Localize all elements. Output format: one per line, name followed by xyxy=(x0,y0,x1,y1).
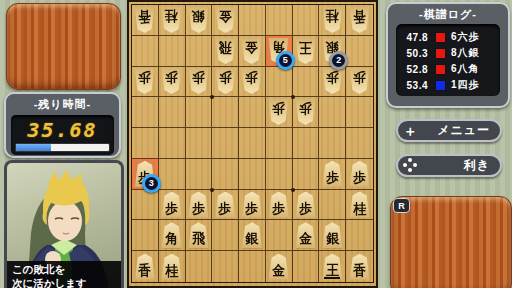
board-cell[interactable]: 歩 xyxy=(159,190,186,221)
board-cell[interactable] xyxy=(186,36,213,67)
piece-kanji: 金 xyxy=(246,38,259,57)
board-cell[interactable] xyxy=(212,97,239,128)
board-cell[interactable] xyxy=(186,128,213,159)
piece-kanji: 香 xyxy=(138,261,151,280)
move-time: 47.8 xyxy=(402,32,428,43)
board-cell[interactable]: 角 xyxy=(159,220,186,251)
piece-kanji: 銀 xyxy=(246,229,259,248)
shogi-piece-gote-l[interactable]: 香 xyxy=(134,7,155,33)
move-time: 52.8 xyxy=(402,64,428,75)
board-cell[interactable] xyxy=(239,251,266,282)
board-cell[interactable] xyxy=(212,159,239,190)
board-cell[interactable] xyxy=(212,220,239,251)
cooldown-badge: 5 xyxy=(276,51,295,70)
piece-kanji: 歩 xyxy=(219,68,232,87)
dialogue-line-1: この敗北を xyxy=(12,262,116,276)
board-cell[interactable] xyxy=(346,97,373,128)
board-cell[interactable] xyxy=(319,97,346,128)
piece-kanji: 桂 xyxy=(326,7,339,26)
board-cell[interactable] xyxy=(132,220,159,251)
board-cell[interactable] xyxy=(159,128,186,159)
piece-kanji: 歩 xyxy=(299,99,312,118)
board-cell[interactable]: 香 xyxy=(132,5,159,36)
piece-kanji: 金 xyxy=(219,7,232,26)
board-cell[interactable] xyxy=(266,220,293,251)
board-cell[interactable]: 飛 xyxy=(212,36,239,67)
shogi-piece-gote-n[interactable]: 桂 xyxy=(322,7,343,33)
shogi-piece-sente-g[interactable]: 金 xyxy=(268,254,289,280)
board-cell[interactable]: 香 xyxy=(346,251,373,282)
piece-kanji: 歩 xyxy=(246,68,259,87)
dialogue-box: この敗北を 次に活かします xyxy=(7,261,121,288)
kifu-log-list: 47.86六歩50.38八銀52.86八角53.41四歩 xyxy=(396,24,500,96)
board-cell[interactable]: 歩 xyxy=(239,67,266,98)
shogi-piece-sente-l[interactable]: 香 xyxy=(134,254,155,280)
piece-kanji: 桂 xyxy=(353,199,366,218)
board-cell[interactable] xyxy=(319,190,346,221)
shogi-piece-sente-n[interactable]: 桂 xyxy=(161,254,182,280)
piece-kanji: 角 xyxy=(165,229,178,248)
piece-kanji: 歩 xyxy=(165,68,178,87)
shogi-piece-sente-p[interactable]: 歩 xyxy=(268,192,289,218)
piece-kanji: 歩 xyxy=(326,168,339,187)
board-cell[interactable] xyxy=(212,128,239,159)
shogi-piece-sente-l[interactable]: 香 xyxy=(349,254,370,280)
board-cell[interactable]: 歩 xyxy=(239,190,266,221)
shogi-piece-sente-k[interactable]: 王 xyxy=(322,254,343,280)
board-cell[interactable]: 銀 xyxy=(239,220,266,251)
r-shoulder-button-badge: R xyxy=(393,198,410,213)
board-cell[interactable]: 金 xyxy=(266,251,293,282)
board-cell[interactable] xyxy=(293,5,320,36)
board-cell[interactable]: 飛 xyxy=(186,220,213,251)
board-cell[interactable]: 金 xyxy=(212,5,239,36)
board-cell[interactable] xyxy=(132,36,159,67)
shogi-piece-sente-p[interactable]: 歩 xyxy=(349,161,370,187)
board-cell[interactable]: 歩 xyxy=(346,159,373,190)
shogi-piece-gote-p[interactable]: 歩 xyxy=(268,99,289,125)
piece-kanji: 飛 xyxy=(192,229,205,248)
opponent-portrait-panel: この敗北を 次に活かします xyxy=(4,160,124,288)
board-cell[interactable]: 銀 xyxy=(186,5,213,36)
board-cell[interactable]: 歩 xyxy=(319,159,346,190)
shogi-piece-gote-p[interactable]: 歩 xyxy=(241,68,262,94)
board-cell[interactable] xyxy=(346,220,373,251)
piece-kanji: 銀 xyxy=(326,229,339,248)
remaining-time-panel: -残り時間- 35.68 xyxy=(4,92,121,158)
shogi-piece-sente-s[interactable]: 銀 xyxy=(322,222,343,248)
piece-kanji: 歩 xyxy=(165,199,178,218)
kifu-log-title: -棋譜ログ- xyxy=(388,4,508,22)
piece-kanji: 香 xyxy=(353,261,366,280)
board-cell[interactable]: 歩 xyxy=(186,67,213,98)
player-piece-tray[interactable]: R xyxy=(390,196,512,288)
board-cell[interactable] xyxy=(293,251,320,282)
shogi-piece-sente-r[interactable]: 飛 xyxy=(188,222,209,248)
shogi-piece-gote-p[interactable]: 歩 xyxy=(295,99,316,125)
shogi-piece-sente-p[interactable]: 歩 xyxy=(295,192,316,218)
piece-kanji: 歩 xyxy=(299,199,312,218)
board-cell[interactable] xyxy=(132,97,159,128)
board-cell[interactable]: 歩 xyxy=(266,190,293,221)
player-color-square xyxy=(436,33,445,42)
board-cell[interactable] xyxy=(266,5,293,36)
kifu-log-panel: -棋譜ログ- 47.86六歩50.38八銀52.86八角53.41四歩 xyxy=(386,2,510,108)
kiki-button-label: 利き xyxy=(422,157,500,174)
board-cell[interactable] xyxy=(159,159,186,190)
board-cell[interactable] xyxy=(212,251,239,282)
piece-kanji: 歩 xyxy=(192,199,205,218)
board-cell[interactable]: 香 xyxy=(346,5,373,36)
shogi-piece-sente-g[interactable]: 金 xyxy=(295,222,316,248)
board-cell[interactable] xyxy=(132,128,159,159)
move-time: 50.3 xyxy=(402,48,428,59)
move-text: 6八角 xyxy=(451,62,480,76)
shogi-piece-sente-n[interactable]: 桂 xyxy=(349,192,370,218)
kifu-log-entry: 47.86六歩 xyxy=(402,29,494,45)
shogi-piece-gote-g[interactable]: 金 xyxy=(215,7,236,33)
move-text: 1四歩 xyxy=(451,78,480,92)
dpad-buttons-icon xyxy=(398,157,422,175)
piece-kanji: 桂 xyxy=(165,7,178,26)
piece-kanji: 香 xyxy=(353,7,366,26)
shogi-piece-sente-s[interactable]: 銀 xyxy=(241,222,262,248)
board-cell[interactable]: 銀 xyxy=(319,220,346,251)
king-cursor-marker xyxy=(324,277,340,279)
piece-kanji: 歩 xyxy=(353,168,366,187)
piece-kanji: 歩 xyxy=(138,68,151,87)
shogi-piece-gote-n[interactable]: 桂 xyxy=(161,7,182,33)
piece-kanji: 香 xyxy=(138,7,151,26)
board-cell[interactable]: 王 xyxy=(319,251,346,282)
board-cell[interactable]: 金 xyxy=(239,36,266,67)
plus-button-icon: ＋ xyxy=(398,124,422,138)
board-cell[interactable]: 角5 xyxy=(266,36,293,67)
shogi-piece-gote-r[interactable]: 飛 xyxy=(215,38,236,64)
kifu-log-entry: 50.38八銀 xyxy=(402,45,494,61)
board-star-point xyxy=(291,95,295,99)
piece-kanji: 歩 xyxy=(272,199,285,218)
board-cell[interactable]: 歩 xyxy=(346,67,373,98)
board-star-point xyxy=(291,188,295,192)
timer-title: -残り時間- xyxy=(6,94,119,112)
cooldown-badge: 3 xyxy=(142,174,161,193)
board-cell[interactable]: 銀2 xyxy=(319,36,346,67)
kifu-log-entry: 53.41四歩 xyxy=(402,77,494,93)
board-cell[interactable] xyxy=(293,159,320,190)
shogi-piece-gote-p[interactable]: 歩 xyxy=(215,68,236,94)
board-cell[interactable] xyxy=(186,97,213,128)
board-cell[interactable] xyxy=(346,36,373,67)
board-cell[interactable]: 歩 xyxy=(319,67,346,98)
board-cell[interactable] xyxy=(266,159,293,190)
kifu-log-entry: 52.86八角 xyxy=(402,61,494,77)
board-cell[interactable] xyxy=(266,128,293,159)
shogi-piece-sente-p[interactable]: 歩 xyxy=(241,192,262,218)
menu-button[interactable]: ＋ メニュー xyxy=(396,119,502,142)
piece-kanji: 王 xyxy=(299,38,312,57)
board-cell[interactable]: 歩 xyxy=(212,190,239,221)
timer-value: 35.68 xyxy=(11,115,114,142)
board-cell[interactable] xyxy=(293,67,320,98)
board-cell[interactable] xyxy=(239,5,266,36)
timer-display: 35.68 xyxy=(11,115,114,155)
shogi-piece-sente-p[interactable]: 歩 xyxy=(161,192,182,218)
board-cell[interactable]: 歩 xyxy=(159,67,186,98)
board-cell[interactable]: 歩 xyxy=(293,97,320,128)
dialogue-line-2: 次に活かします xyxy=(12,276,116,288)
board-cell[interactable] xyxy=(239,128,266,159)
menu-button-label: メニュー xyxy=(422,122,500,139)
shogi-piece-sente-p[interactable]: 歩 xyxy=(215,192,236,218)
board-cell[interactable]: 歩 xyxy=(212,67,239,98)
piece-kanji: 歩 xyxy=(246,199,259,218)
board-cell[interactable] xyxy=(159,36,186,67)
shogi-piece-sente-p[interactable]: 歩 xyxy=(188,192,209,218)
board-cell[interactable]: 歩3 xyxy=(132,159,159,190)
shogi-piece-gote-p[interactable]: 歩 xyxy=(161,68,182,94)
shogi-piece-sente-p[interactable]: 歩 xyxy=(322,161,343,187)
piece-kanji: 歩 xyxy=(326,68,339,87)
player-color-square xyxy=(436,81,445,90)
shogi-piece-gote-p[interactable]: 歩 xyxy=(188,68,209,94)
board-grid: 香桂銀金桂香飛金角5王銀2歩歩歩歩歩歩歩歩歩歩3歩歩歩歩歩歩歩歩桂角飛銀金銀香桂… xyxy=(131,4,374,283)
board-cell[interactable] xyxy=(239,97,266,128)
cooldown-badge: 2 xyxy=(329,51,348,70)
board-cell[interactable]: 歩 xyxy=(266,97,293,128)
piece-kanji: 金 xyxy=(299,229,312,248)
board-cell[interactable] xyxy=(159,97,186,128)
board-cell[interactable]: 香 xyxy=(132,251,159,282)
board-cell[interactable]: 桂 xyxy=(346,190,373,221)
shogi-piece-gote-l[interactable]: 香 xyxy=(349,7,370,33)
move-text: 6六歩 xyxy=(451,30,480,44)
board-star-point xyxy=(210,188,214,192)
piece-kanji: 歩 xyxy=(219,199,232,218)
shogi-piece-gote-k[interactable]: 王 xyxy=(295,38,316,64)
board-cell[interactable]: 桂 xyxy=(319,5,346,36)
kiki-effect-button[interactable]: 利き xyxy=(396,154,502,177)
piece-kanji: 歩 xyxy=(192,68,205,87)
board-cell[interactable] xyxy=(319,128,346,159)
board-cell[interactable]: 金 xyxy=(293,220,320,251)
board-star-point xyxy=(210,95,214,99)
piece-kanji: 歩 xyxy=(353,68,366,87)
shogi-board: 香桂銀金桂香飛金角5王銀2歩歩歩歩歩歩歩歩歩歩3歩歩歩歩歩歩歩歩桂角飛銀金銀香桂… xyxy=(127,0,378,288)
board-cell[interactable] xyxy=(239,159,266,190)
board-cell[interactable]: 桂 xyxy=(159,5,186,36)
board-cell[interactable]: 歩 xyxy=(132,67,159,98)
board-cell[interactable]: 桂 xyxy=(159,251,186,282)
shogi-piece-sente-b[interactable]: 角 xyxy=(161,222,182,248)
piece-kanji: 銀 xyxy=(192,7,205,26)
timer-progress-track xyxy=(15,143,110,152)
shogi-piece-gote-s[interactable]: 銀 xyxy=(188,7,209,33)
shogi-piece-gote-p[interactable]: 歩 xyxy=(322,68,343,94)
shogi-piece-gote-p[interactable]: 歩 xyxy=(349,68,370,94)
player-color-square xyxy=(436,49,445,58)
shogi-piece-gote-p[interactable]: 歩 xyxy=(134,68,155,94)
opponent-piece-tray xyxy=(6,3,121,90)
board-cell[interactable] xyxy=(132,190,159,221)
piece-kanji: 桂 xyxy=(165,261,178,280)
timer-progress-fill xyxy=(16,144,51,151)
shogi-piece-gote-g[interactable]: 金 xyxy=(241,38,262,64)
piece-kanji: 飛 xyxy=(219,38,232,57)
board-cell[interactable]: 歩 xyxy=(293,190,320,221)
piece-kanji: 歩 xyxy=(272,99,285,118)
board-cell[interactable] xyxy=(293,128,320,159)
board-cell[interactable] xyxy=(186,159,213,190)
board-cell[interactable] xyxy=(346,128,373,159)
player-color-square xyxy=(436,65,445,74)
move-text: 8八銀 xyxy=(451,46,480,60)
board-cell[interactable]: 歩 xyxy=(186,190,213,221)
board-cell[interactable] xyxy=(266,67,293,98)
piece-kanji: 金 xyxy=(272,261,285,280)
board-cell[interactable]: 王 xyxy=(293,36,320,67)
board-cell[interactable] xyxy=(186,251,213,282)
move-time: 53.4 xyxy=(402,80,428,91)
